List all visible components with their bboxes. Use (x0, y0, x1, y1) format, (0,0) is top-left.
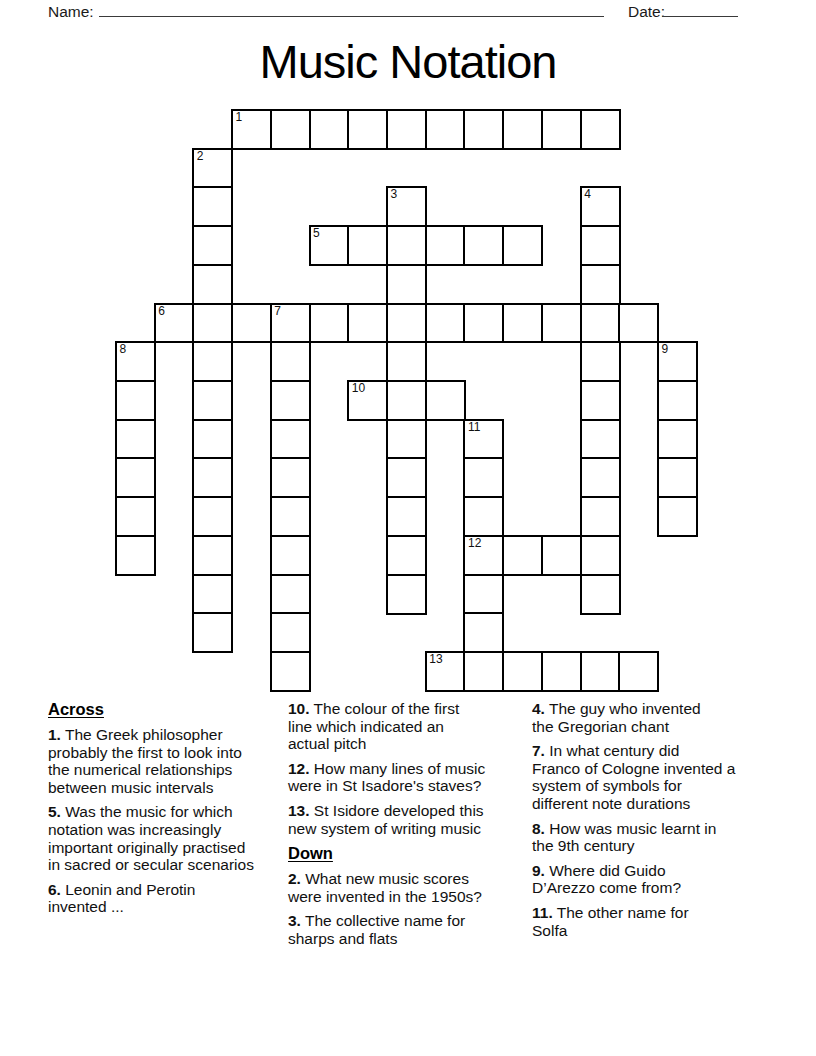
grid-cell[interactable] (386, 535, 427, 576)
clue-column-left: Across1. The Greek philosopher probably … (48, 700, 300, 923)
cell-clue-number: 11 (468, 421, 480, 434)
grid-cell[interactable]: 1 (231, 109, 272, 150)
clue-number: 8. (532, 820, 545, 837)
cell-clue-number: 12 (468, 537, 481, 550)
grid-cell[interactable] (502, 535, 543, 576)
grid-cell[interactable]: 2 (192, 148, 233, 189)
grid-cell[interactable] (580, 574, 621, 615)
grid-cell[interactable] (270, 574, 311, 615)
grid-cell[interactable] (463, 303, 504, 344)
grid-cell[interactable] (618, 303, 659, 344)
grid-cell[interactable] (347, 303, 388, 344)
grid-cell[interactable] (192, 496, 233, 537)
clue-item: 9. Where did Guido D’Arezzo come from? (532, 862, 784, 897)
clue-item: 10. The colour of the first line which i… (288, 700, 540, 753)
date-label: Date: (628, 3, 665, 21)
clue-number: 2. (288, 870, 301, 887)
grid-cell[interactable] (386, 264, 427, 305)
clue-item: 8. How was music learnt in the 9th centu… (532, 820, 784, 855)
clue-item: 7. In what century did Franco of Cologne… (532, 742, 784, 812)
clue-item: 2. What new music scores were invented i… (288, 870, 540, 905)
cell-clue-number: 8 (119, 343, 126, 356)
grid-cell[interactable] (270, 380, 311, 421)
cell-clue-number: 10 (352, 382, 365, 395)
grid-cell[interactable] (192, 380, 233, 421)
grid-cell[interactable] (115, 380, 156, 421)
grid-cell[interactable] (580, 341, 621, 382)
grid-cell[interactable] (231, 303, 272, 344)
grid-cell[interactable] (386, 574, 427, 615)
grid-cell[interactable] (541, 651, 582, 692)
grid-cell[interactable] (463, 109, 504, 150)
clue-item: 11. The other name for Solfa (532, 904, 784, 939)
cell-clue-number: 3 (391, 188, 398, 201)
grid-cell[interactable] (115, 419, 156, 460)
grid-cell[interactable] (463, 612, 504, 653)
clue-number: 9. (532, 862, 545, 879)
grid-cell[interactable] (192, 574, 233, 615)
grid-cell[interactable] (425, 303, 466, 344)
grid-cell[interactable] (657, 457, 698, 498)
grid-cell[interactable] (386, 341, 427, 382)
grid-cell[interactable] (192, 457, 233, 498)
grid-cell[interactable] (580, 264, 621, 305)
grid-cell[interactable] (541, 303, 582, 344)
cell-clue-number: 1 (236, 111, 243, 124)
date-line[interactable] (662, 0, 738, 17)
grid-cell[interactable] (347, 109, 388, 150)
clue-item: 12. How many lines of music were in St I… (288, 760, 540, 795)
clue-column-right: 4. The guy who invented the Gregorian ch… (532, 700, 784, 946)
grid-cell[interactable] (386, 225, 427, 266)
grid-cell[interactable] (425, 380, 466, 421)
cell-clue-number: 7 (274, 305, 281, 318)
grid-cell[interactable] (192, 225, 233, 266)
grid-cell[interactable] (347, 225, 388, 266)
clue-number: 3. (288, 912, 301, 929)
clue-number: 4. (532, 700, 545, 717)
grid-cell[interactable] (580, 303, 621, 344)
clue-item: 5. Was the music for which notation was … (48, 803, 300, 873)
name-line[interactable] (99, 0, 604, 17)
grid-cell[interactable] (541, 535, 582, 576)
grid-cell[interactable] (386, 380, 427, 421)
clue-item: 3. The collective name for sharps and fl… (288, 912, 540, 947)
clue-number: 10. (288, 700, 310, 717)
grid-cell[interactable] (192, 303, 233, 344)
grid-cell[interactable] (386, 109, 427, 150)
grid-cell[interactable]: 7 (270, 303, 311, 344)
grid-cell[interactable] (502, 651, 543, 692)
grid-cell[interactable] (309, 303, 350, 344)
grid-cell[interactable] (541, 109, 582, 150)
grid-cell[interactable] (580, 109, 621, 150)
clue-number: 5. (48, 803, 61, 820)
grid-cell[interactable]: 4 (580, 186, 621, 227)
clue-number: 6. (48, 881, 61, 898)
grid-cell[interactable] (580, 535, 621, 576)
grid-cell[interactable] (386, 303, 427, 344)
grid-cell[interactable] (425, 225, 466, 266)
grid-cell[interactable]: 10 (347, 380, 388, 421)
clue-item: 1. The Greek philosopher probably the fi… (48, 726, 300, 796)
grid-cell[interactable] (270, 457, 311, 498)
grid-cell[interactable] (657, 496, 698, 537)
grid-cell[interactable] (580, 225, 621, 266)
grid-cell[interactable] (192, 535, 233, 576)
grid-cell[interactable]: 5 (309, 225, 350, 266)
grid-cell[interactable] (580, 380, 621, 421)
grid-cell[interactable] (580, 457, 621, 498)
grid-cell[interactable] (115, 535, 156, 576)
grid-cell[interactable] (192, 612, 233, 653)
grid-cell[interactable] (657, 419, 698, 460)
clue-item: 13. St Isidore developed this new system… (288, 802, 540, 837)
crossword-grid: 12345678910111213 (116, 110, 698, 692)
grid-cell[interactable] (270, 419, 311, 460)
clue-number: 7. (532, 742, 545, 759)
grid-cell[interactable] (580, 651, 621, 692)
grid-cell[interactable]: 8 (115, 341, 156, 382)
grid-cell[interactable] (580, 496, 621, 537)
grid-cell[interactable] (463, 496, 504, 537)
grid-cell[interactable] (463, 225, 504, 266)
clue-number: 12. (288, 760, 310, 777)
grid-cell[interactable] (115, 457, 156, 498)
clue-column-middle: 10. The colour of the first line which i… (288, 700, 540, 955)
clue-number: 11. (532, 904, 553, 921)
grid-cell[interactable] (657, 380, 698, 421)
grid-cell[interactable] (192, 419, 233, 460)
clue-item: 6. Leonin and Perotin invented ... (48, 881, 300, 916)
grid-cell[interactable] (309, 109, 350, 150)
grid-cell[interactable] (425, 109, 466, 150)
grid-cell[interactable] (270, 109, 311, 150)
grid-cell[interactable] (192, 264, 233, 305)
grid-cell[interactable] (192, 341, 233, 382)
cell-clue-number: 6 (158, 305, 165, 318)
grid-cell[interactable]: 12 (463, 535, 504, 576)
grid-cell[interactable]: 9 (657, 341, 698, 382)
grid-cell[interactable] (270, 651, 311, 692)
grid-cell[interactable] (270, 535, 311, 576)
grid-cell[interactable] (386, 457, 427, 498)
grid-cell[interactable] (463, 651, 504, 692)
grid-cell[interactable] (115, 496, 156, 537)
clue-number: 13. (288, 802, 310, 819)
grid-cell[interactable] (270, 341, 311, 382)
grid-cell[interactable] (502, 225, 543, 266)
page-title: Music Notation (0, 36, 816, 88)
grid-cell[interactable]: 13 (425, 651, 466, 692)
name-label: Name: (48, 3, 94, 21)
grid-cell[interactable]: 6 (154, 303, 195, 344)
grid-cell[interactable] (502, 109, 543, 150)
grid-cell[interactable] (386, 419, 427, 460)
cell-clue-number: 5 (313, 227, 320, 240)
down-heading: Down (288, 844, 540, 863)
clue-item: 4. The guy who invented the Gregorian ch… (532, 700, 784, 735)
grid-cell[interactable] (618, 651, 659, 692)
across-heading: Across (48, 700, 300, 719)
grid-cell[interactable] (270, 496, 311, 537)
grid-cell[interactable] (270, 612, 311, 653)
grid-cell[interactable] (463, 457, 504, 498)
grid-cell[interactable] (463, 574, 504, 615)
cell-clue-number: 13 (429, 653, 442, 666)
cell-clue-number: 9 (662, 343, 669, 356)
clue-number: 1. (48, 726, 61, 743)
grid-cell[interactable] (192, 186, 233, 227)
grid-cell[interactable] (386, 496, 427, 537)
grid-cell[interactable] (580, 419, 621, 460)
cell-clue-number: 4 (584, 188, 591, 201)
cell-clue-number: 2 (197, 150, 204, 163)
grid-cell[interactable]: 3 (386, 186, 427, 227)
grid-cell[interactable] (502, 303, 543, 344)
grid-cell[interactable]: 11 (463, 419, 504, 460)
